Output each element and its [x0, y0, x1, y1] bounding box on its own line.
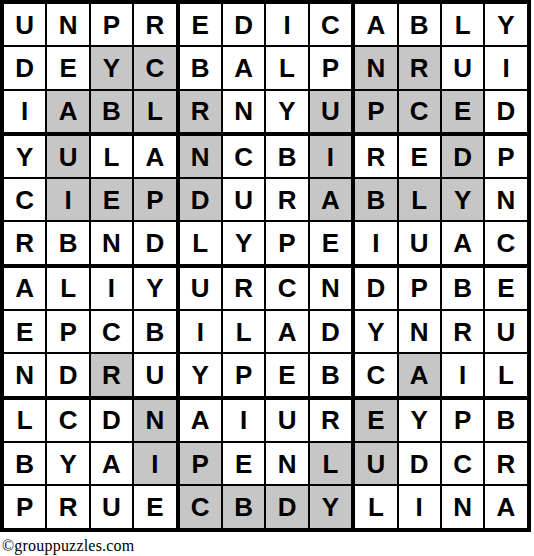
cell-r10c3: D: [91, 400, 134, 443]
cell-r4c11: D: [442, 136, 485, 179]
cell-r2c7: L: [266, 47, 309, 90]
cell-r11c4: I: [134, 443, 179, 486]
cell-r3c9: P: [355, 91, 398, 136]
cell-r4c6: C: [223, 136, 266, 179]
cell-r12c7: D: [266, 486, 309, 527]
cell-r1c12: Y: [485, 4, 526, 47]
cell-r10c10: Y: [399, 400, 442, 443]
cell-r6c1: R: [4, 222, 47, 267]
cell-r5c11: Y: [442, 179, 485, 222]
cell-r10c2: C: [47, 400, 90, 443]
cell-r2c2: E: [47, 47, 90, 90]
cell-r4c4: A: [134, 136, 179, 179]
cell-r12c10: I: [399, 486, 442, 527]
cell-r10c9: E: [355, 400, 398, 443]
cell-r1c10: B: [399, 4, 442, 47]
cell-r12c5: C: [180, 486, 223, 527]
cell-r12c11: N: [442, 486, 485, 527]
cell-r7c2: L: [47, 268, 90, 311]
cell-r1c8: C: [310, 4, 355, 47]
cell-r9c4: U: [134, 354, 179, 399]
cell-r7c12: E: [485, 268, 526, 311]
cell-r11c11: C: [442, 443, 485, 486]
cell-r3c4: L: [134, 91, 179, 136]
cell-r11c9: U: [355, 443, 398, 486]
cell-r11c12: R: [485, 443, 526, 486]
cell-r4c10: E: [399, 136, 442, 179]
cell-r3c5: R: [180, 91, 223, 136]
cell-r3c1: I: [4, 91, 47, 136]
cell-r5c9: B: [355, 179, 398, 222]
cell-r9c2: D: [47, 354, 90, 399]
cell-r8c6: L: [223, 311, 266, 354]
cell-r9c1: N: [4, 354, 47, 399]
cell-r3c8: U: [310, 91, 355, 136]
cell-r10c5: A: [180, 400, 223, 443]
cell-r2c3: Y: [91, 47, 134, 90]
cell-r6c6: Y: [223, 222, 266, 267]
cell-r1c11: L: [442, 4, 485, 47]
cell-r3c6: N: [223, 91, 266, 136]
cell-r11c1: B: [4, 443, 47, 486]
cell-r5c6: U: [223, 179, 266, 222]
cell-r11c7: N: [266, 443, 309, 486]
cell-r6c7: P: [266, 222, 309, 267]
cell-r12c6: B: [223, 486, 266, 527]
cell-r4c1: Y: [4, 136, 47, 179]
cell-r4c8: I: [310, 136, 355, 179]
cell-r9c9: C: [355, 354, 398, 399]
cell-r7c7: C: [266, 268, 309, 311]
cell-r9c11: I: [442, 354, 485, 399]
cell-r3c7: Y: [266, 91, 309, 136]
cell-r2c12: I: [485, 47, 526, 90]
cell-r8c9: Y: [355, 311, 398, 354]
cell-r11c2: Y: [47, 443, 90, 486]
cell-r11c8: L: [310, 443, 355, 486]
cell-r9c7: E: [266, 354, 309, 399]
cell-r8c3: C: [91, 311, 134, 354]
cell-r9c10: A: [399, 354, 442, 399]
copyright-credit: ©grouppuzzles.com: [2, 537, 534, 555]
cell-r6c2: B: [47, 222, 90, 267]
cell-r5c3: E: [91, 179, 134, 222]
cell-r11c5: P: [180, 443, 223, 486]
cell-r3c11: E: [442, 91, 485, 136]
cell-r4c3: L: [91, 136, 134, 179]
cell-r4c5: N: [180, 136, 223, 179]
cell-r8c8: D: [310, 311, 355, 354]
cell-r12c4: E: [134, 486, 179, 527]
cell-r10c1: L: [4, 400, 47, 443]
cell-r6c8: E: [310, 222, 355, 267]
puzzle-page: UNPREDICABLYDEYCBALPNRUIIABLRNYUPCEDYULA…: [0, 0, 534, 556]
cell-r1c5: E: [180, 4, 223, 47]
cell-r1c7: I: [266, 4, 309, 47]
cell-r6c9: I: [355, 222, 398, 267]
cell-r5c5: D: [180, 179, 223, 222]
cell-r2c6: A: [223, 47, 266, 90]
cell-r1c9: A: [355, 4, 398, 47]
cell-r12c8: Y: [310, 486, 355, 527]
cell-r7c4: Y: [134, 268, 179, 311]
cell-r6c3: N: [91, 222, 134, 267]
cell-r9c6: P: [223, 354, 266, 399]
cell-r8c11: R: [442, 311, 485, 354]
cell-r10c7: U: [266, 400, 309, 443]
cell-r8c4: B: [134, 311, 179, 354]
cell-r12c3: U: [91, 486, 134, 527]
cell-r7c11: B: [442, 268, 485, 311]
cell-r5c12: N: [485, 179, 526, 222]
wordoku-board: UNPREDICABLYDEYCBALPNRUIIABLRNYUPCEDYULA…: [0, 0, 531, 532]
cell-r1c4: R: [134, 4, 179, 47]
cell-r7c9: D: [355, 268, 398, 311]
cell-r2c9: N: [355, 47, 398, 90]
cell-r3c12: D: [485, 91, 526, 136]
cell-r6c11: A: [442, 222, 485, 267]
cell-r9c12: L: [485, 354, 526, 399]
cell-r10c8: R: [310, 400, 355, 443]
cell-r7c8: N: [310, 268, 355, 311]
cell-r11c6: E: [223, 443, 266, 486]
cell-r5c2: I: [47, 179, 90, 222]
cell-r4c2: U: [47, 136, 90, 179]
cell-r9c8: B: [310, 354, 355, 399]
cell-r2c1: D: [4, 47, 47, 90]
cell-r5c4: P: [134, 179, 179, 222]
cell-r7c1: A: [4, 268, 47, 311]
cell-r6c10: U: [399, 222, 442, 267]
cell-r5c1: C: [4, 179, 47, 222]
cell-r2c11: U: [442, 47, 485, 90]
cell-r3c10: C: [399, 91, 442, 136]
cell-r5c7: R: [266, 179, 309, 222]
cell-r5c10: L: [399, 179, 442, 222]
cell-r4c7: B: [266, 136, 309, 179]
cell-r7c6: R: [223, 268, 266, 311]
cell-r2c8: P: [310, 47, 355, 90]
cell-r12c2: R: [47, 486, 90, 527]
cell-r6c4: D: [134, 222, 179, 267]
cell-r11c10: D: [399, 443, 442, 486]
cell-r8c2: P: [47, 311, 90, 354]
cell-r1c3: P: [91, 4, 134, 47]
cell-r10c4: N: [134, 400, 179, 443]
cell-r12c1: P: [4, 486, 47, 527]
cell-r1c6: D: [223, 4, 266, 47]
cell-r8c7: A: [266, 311, 309, 354]
cell-r2c4: C: [134, 47, 179, 90]
cell-r2c10: R: [399, 47, 442, 90]
cell-r10c6: I: [223, 400, 266, 443]
cell-r10c11: P: [442, 400, 485, 443]
cell-r3c3: B: [91, 91, 134, 136]
cell-r2c5: B: [180, 47, 223, 90]
cell-r1c1: U: [4, 4, 47, 47]
cell-r8c1: E: [4, 311, 47, 354]
cell-r7c3: I: [91, 268, 134, 311]
cell-r1c2: N: [47, 4, 90, 47]
cell-r8c10: N: [399, 311, 442, 354]
cell-r9c3: R: [91, 354, 134, 399]
cell-r7c5: U: [180, 268, 223, 311]
cell-r8c5: I: [180, 311, 223, 354]
cell-r7c10: P: [399, 268, 442, 311]
cell-r8c12: U: [485, 311, 526, 354]
cell-r9c5: Y: [180, 354, 223, 399]
cell-r4c9: R: [355, 136, 398, 179]
cell-r5c8: A: [310, 179, 355, 222]
cell-r3c2: A: [47, 91, 90, 136]
cell-r6c5: L: [180, 222, 223, 267]
cell-r6c12: C: [485, 222, 526, 267]
cell-r4c12: P: [485, 136, 526, 179]
cell-r12c12: A: [485, 486, 526, 527]
cell-r10c12: B: [485, 400, 526, 443]
cell-r11c3: A: [91, 443, 134, 486]
cell-r12c9: L: [355, 486, 398, 527]
